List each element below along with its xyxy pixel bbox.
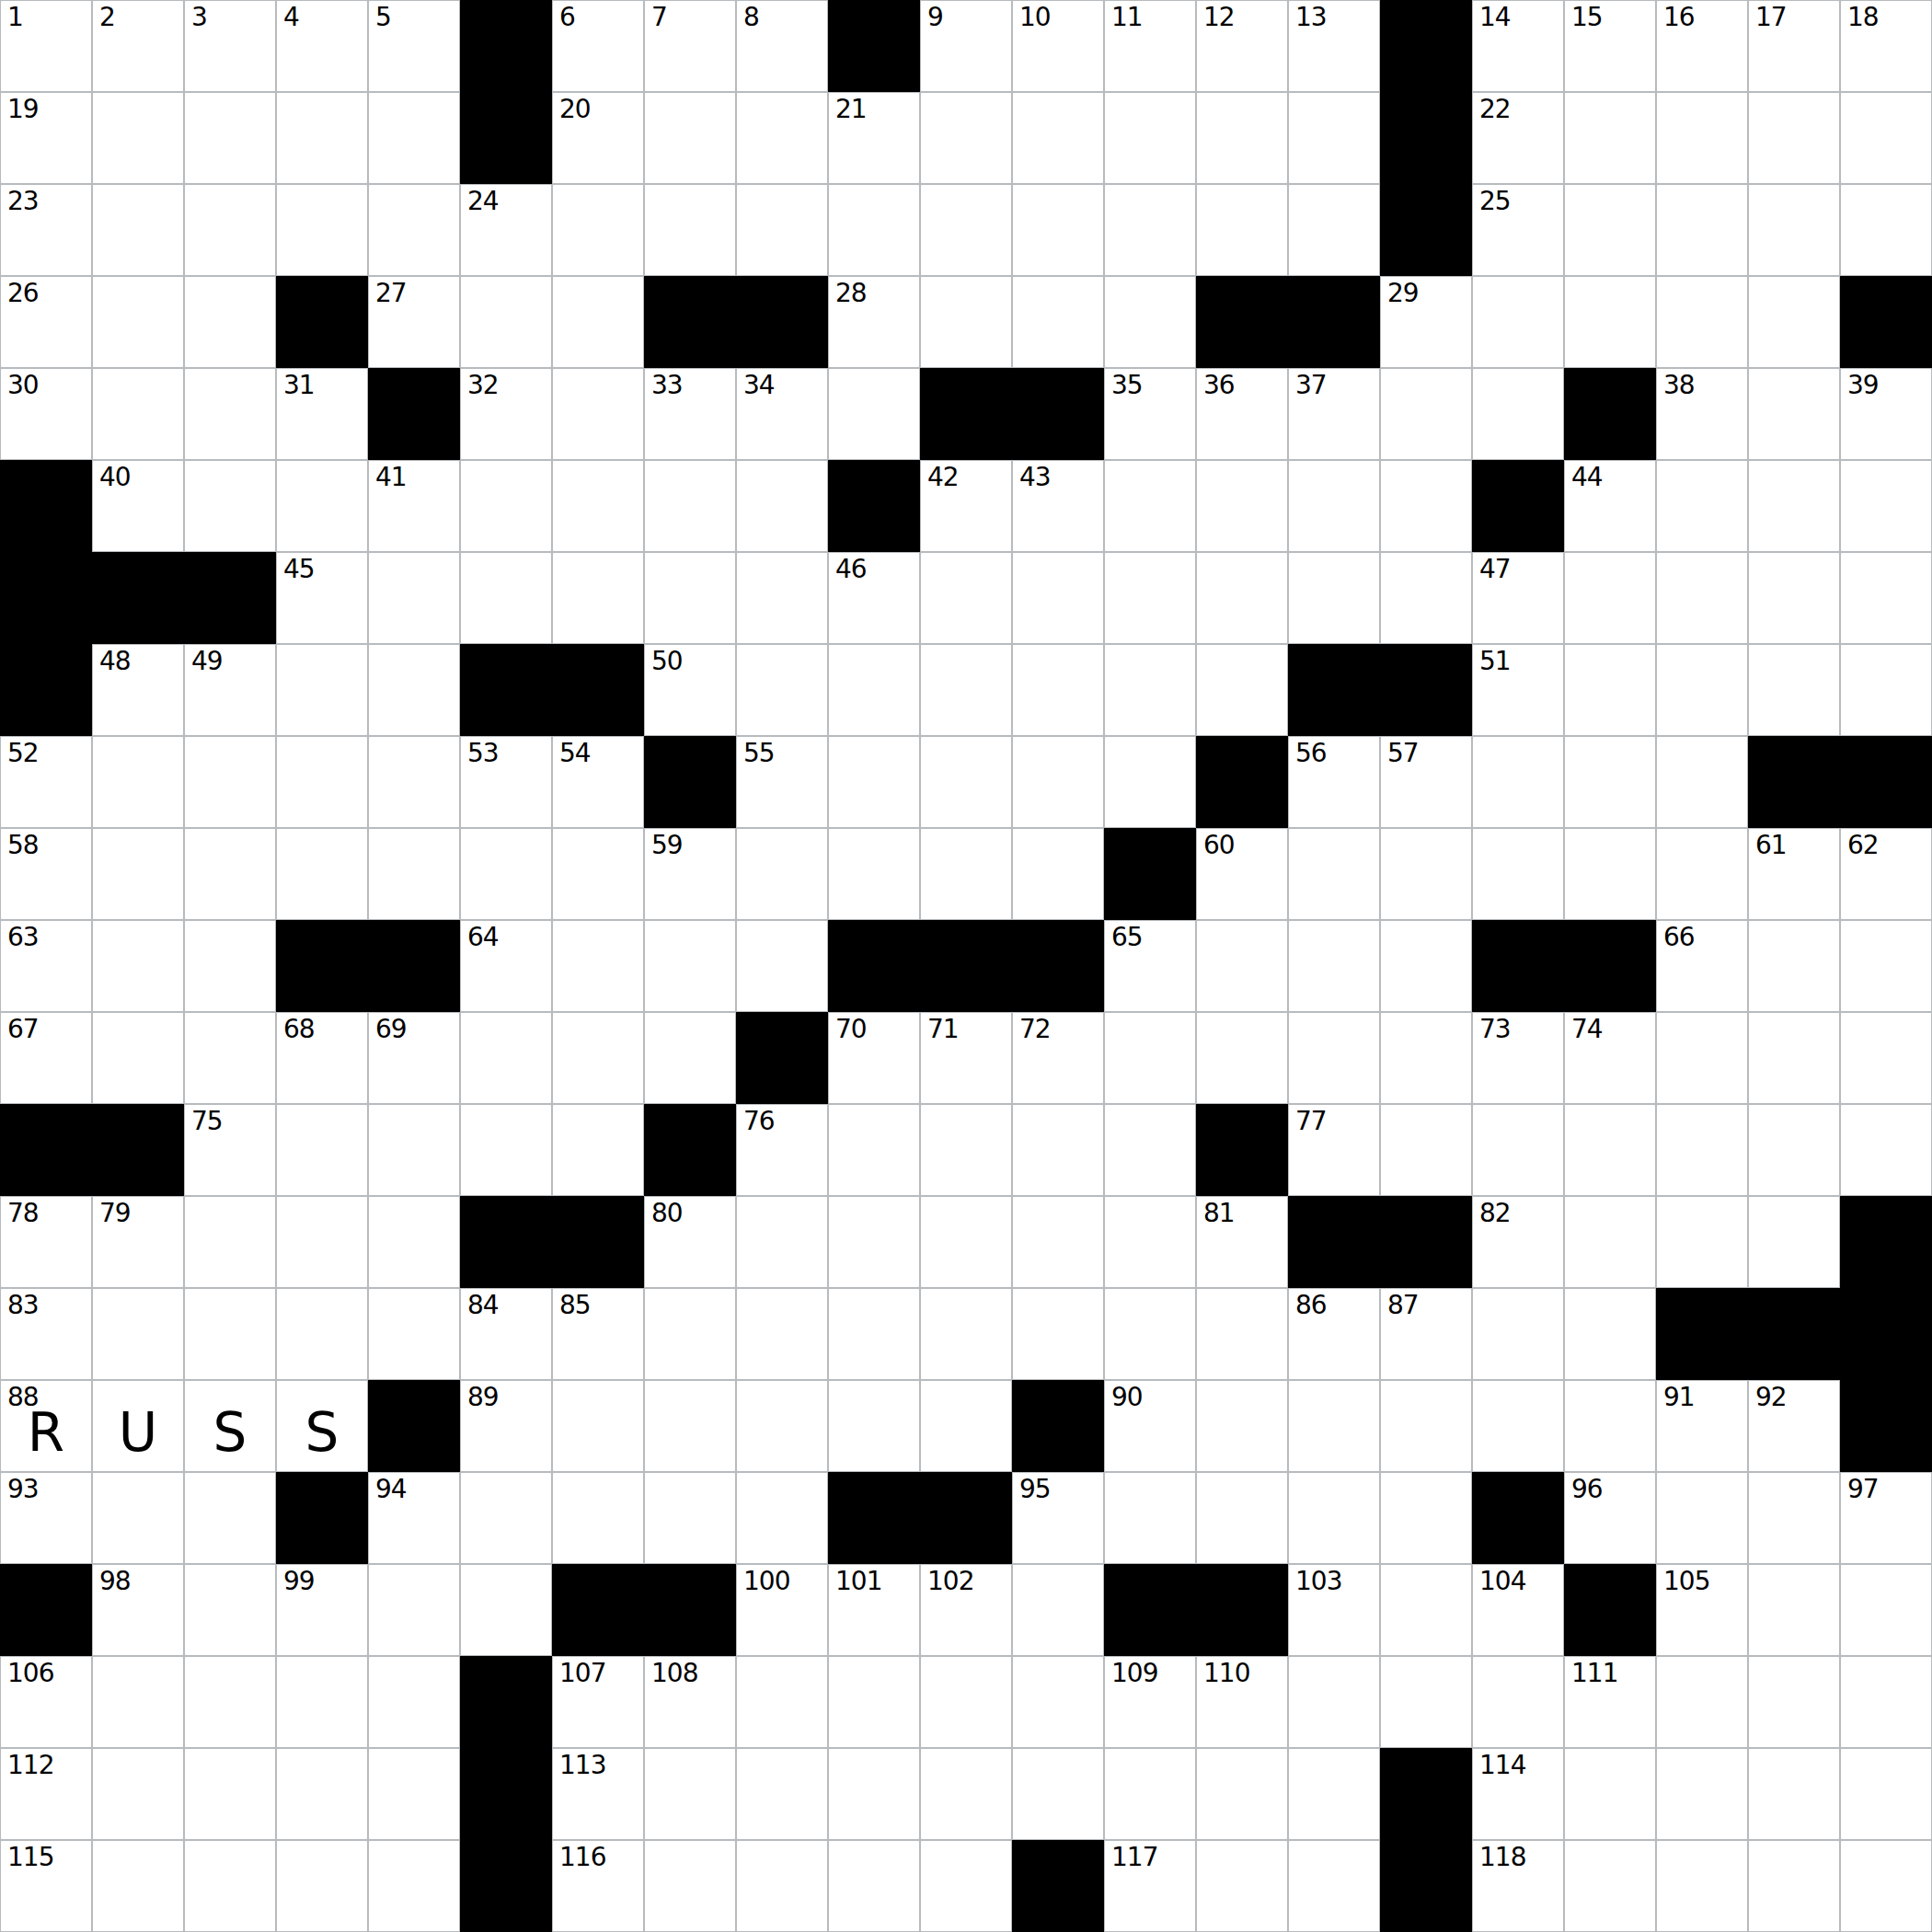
grid-cell-r12c7[interactable] [552,1012,644,1104]
grid-cell-r17c9[interactable] [736,1472,828,1564]
grid-cell-r16c17[interactable] [1472,1380,1564,1472]
grid-cell-r2c15[interactable] [1288,92,1380,184]
grid-cell-r10c19[interactable] [1656,828,1748,920]
grid-cell-r19c9[interactable] [736,1656,828,1748]
grid-cell-r15c9[interactable] [736,1288,828,1380]
grid-cell-r11c2[interactable] [92,920,184,1012]
grid-cell-r5c3[interactable] [184,368,276,460]
grid-cell-r13c18[interactable] [1564,1104,1656,1196]
grid-cell-r18c16[interactable] [1380,1564,1472,1656]
grid-cell-r13c13[interactable] [1104,1104,1196,1196]
grid-cell-r15c13[interactable] [1104,1288,1196,1380]
grid-cell-r9c2[interactable] [92,736,184,828]
grid-cell-r10c12[interactable] [1012,828,1104,920]
grid-cell-r8c14[interactable] [1196,644,1288,736]
grid-cell-r21c4[interactable] [276,1840,368,1932]
grid-cell-r4c6[interactable] [460,276,552,368]
grid-cell-r4c7[interactable] [552,276,644,368]
grid-cell-r9c9[interactable]: 55 [736,736,828,828]
grid-cell-r3c6[interactable]: 24 [460,184,552,276]
grid-cell-r14c19[interactable] [1656,1196,1748,1288]
grid-cell-r8c21[interactable] [1840,644,1932,736]
grid-cell-r20c5[interactable] [368,1748,460,1840]
grid-cell-r2c8[interactable] [644,92,736,184]
grid-cell-r5c20[interactable] [1748,368,1840,460]
grid-cell-r17c3[interactable] [184,1472,276,1564]
grid-cell-r10c3[interactable] [184,828,276,920]
grid-cell-r20c2[interactable] [92,1748,184,1840]
grid-cell-r12c11[interactable]: 71 [920,1012,1012,1104]
grid-cell-r9c5[interactable] [368,736,460,828]
grid-cell-r2c3[interactable] [184,92,276,184]
grid-cell-r4c5[interactable]: 27 [368,276,460,368]
grid-cell-r19c20[interactable] [1748,1656,1840,1748]
grid-cell-r13c15[interactable]: 77 [1288,1104,1380,1196]
grid-cell-r1c20[interactable]: 17 [1748,0,1840,92]
grid-cell-r15c4[interactable] [276,1288,368,1380]
grid-cell-r6c12[interactable]: 43 [1012,460,1104,552]
grid-cell-r9c15[interactable]: 56 [1288,736,1380,828]
grid-cell-r9c10[interactable] [828,736,920,828]
grid-cell-r7c11[interactable] [920,552,1012,644]
grid-cell-r7c21[interactable] [1840,552,1932,644]
grid-cell-r7c15[interactable] [1288,552,1380,644]
grid-cell-r19c16[interactable] [1380,1656,1472,1748]
grid-cell-r10c5[interactable] [368,828,460,920]
grid-cell-r21c13[interactable]: 117 [1104,1840,1196,1932]
grid-cell-r3c18[interactable] [1564,184,1656,276]
grid-cell-r2c1[interactable]: 19 [0,92,92,184]
grid-cell-r3c20[interactable] [1748,184,1840,276]
grid-cell-r19c3[interactable] [184,1656,276,1748]
grid-cell-r16c1[interactable]: 88R [0,1380,92,1472]
grid-cell-r4c20[interactable] [1748,276,1840,368]
grid-cell-r11c19[interactable]: 66 [1656,920,1748,1012]
grid-cell-r18c15[interactable]: 103 [1288,1564,1380,1656]
grid-cell-r11c21[interactable] [1840,920,1932,1012]
grid-cell-r10c9[interactable] [736,828,828,920]
grid-cell-r4c17[interactable] [1472,276,1564,368]
grid-cell-r8c18[interactable] [1564,644,1656,736]
grid-cell-r3c7[interactable] [552,184,644,276]
grid-cell-r19c1[interactable]: 106 [0,1656,92,1748]
grid-cell-r14c14[interactable]: 81 [1196,1196,1288,1288]
grid-cell-r5c14[interactable]: 36 [1196,368,1288,460]
grid-cell-r1c12[interactable]: 10 [1012,0,1104,92]
grid-cell-r9c4[interactable] [276,736,368,828]
grid-cell-r8c12[interactable] [1012,644,1104,736]
grid-cell-r3c21[interactable] [1840,184,1932,276]
grid-cell-r3c1[interactable]: 23 [0,184,92,276]
grid-cell-r14c20[interactable] [1748,1196,1840,1288]
grid-cell-r6c18[interactable]: 44 [1564,460,1656,552]
grid-cell-r2c20[interactable] [1748,92,1840,184]
grid-cell-r4c3[interactable] [184,276,276,368]
grid-cell-r19c19[interactable] [1656,1656,1748,1748]
grid-cell-r3c15[interactable] [1288,184,1380,276]
grid-cell-r17c19[interactable] [1656,1472,1748,1564]
grid-cell-r6c20[interactable] [1748,460,1840,552]
grid-cell-r7c17[interactable]: 47 [1472,552,1564,644]
grid-cell-r6c14[interactable] [1196,460,1288,552]
grid-cell-r11c13[interactable]: 65 [1104,920,1196,1012]
grid-cell-r15c12[interactable] [1012,1288,1104,1380]
grid-cell-r16c9[interactable] [736,1380,828,1472]
grid-cell-r15c17[interactable] [1472,1288,1564,1380]
grid-cell-r6c21[interactable] [1840,460,1932,552]
grid-cell-r7c7[interactable] [552,552,644,644]
grid-cell-r15c2[interactable] [92,1288,184,1380]
grid-cell-r3c4[interactable] [276,184,368,276]
grid-cell-r9c13[interactable] [1104,736,1196,828]
grid-cell-r20c13[interactable] [1104,1748,1196,1840]
grid-cell-r14c8[interactable]: 80 [644,1196,736,1288]
grid-cell-r17c12[interactable]: 95 [1012,1472,1104,1564]
grid-cell-r1c5[interactable]: 5 [368,0,460,92]
grid-cell-r1c11[interactable]: 9 [920,0,1012,92]
grid-cell-r16c11[interactable] [920,1380,1012,1472]
grid-cell-r8c3[interactable]: 49 [184,644,276,736]
grid-cell-r2c21[interactable] [1840,92,1932,184]
grid-cell-r16c16[interactable] [1380,1380,1472,1472]
grid-cell-r9c1[interactable]: 52 [0,736,92,828]
grid-cell-r21c15[interactable] [1288,1840,1380,1932]
grid-cell-r9c19[interactable] [1656,736,1748,828]
grid-cell-r20c4[interactable] [276,1748,368,1840]
grid-cell-r1c1[interactable]: 1 [0,0,92,92]
grid-cell-r18c4[interactable]: 99 [276,1564,368,1656]
grid-cell-r3c11[interactable] [920,184,1012,276]
grid-cell-r21c1[interactable]: 115 [0,1840,92,1932]
grid-cell-r14c2[interactable]: 79 [92,1196,184,1288]
grid-cell-r5c13[interactable]: 35 [1104,368,1196,460]
grid-cell-r12c14[interactable] [1196,1012,1288,1104]
grid-cell-r7c19[interactable] [1656,552,1748,644]
grid-cell-r12c20[interactable] [1748,1012,1840,1104]
grid-cell-r5c9[interactable]: 34 [736,368,828,460]
grid-cell-r13c6[interactable] [460,1104,552,1196]
grid-cell-r8c2[interactable]: 48 [92,644,184,736]
grid-cell-r7c9[interactable] [736,552,828,644]
grid-cell-r3c9[interactable] [736,184,828,276]
grid-cell-r1c9[interactable]: 8 [736,0,828,92]
grid-cell-r12c10[interactable]: 70 [828,1012,920,1104]
grid-cell-r7c8[interactable] [644,552,736,644]
grid-cell-r5c17[interactable] [1472,368,1564,460]
grid-cell-r9c11[interactable] [920,736,1012,828]
grid-cell-r15c7[interactable]: 85 [552,1288,644,1380]
grid-cell-r2c14[interactable] [1196,92,1288,184]
grid-cell-r12c21[interactable] [1840,1012,1932,1104]
grid-cell-r1c2[interactable]: 2 [92,0,184,92]
grid-cell-r16c10[interactable] [828,1380,920,1472]
grid-cell-r21c10[interactable] [828,1840,920,1932]
grid-cell-r13c21[interactable] [1840,1104,1932,1196]
grid-cell-r18c2[interactable]: 98 [92,1564,184,1656]
grid-cell-r3c10[interactable] [828,184,920,276]
grid-cell-r11c1[interactable]: 63 [0,920,92,1012]
grid-cell-r12c19[interactable] [1656,1012,1748,1104]
grid-cell-r17c7[interactable] [552,1472,644,1564]
grid-cell-r3c19[interactable] [1656,184,1748,276]
grid-cell-r17c18[interactable]: 96 [1564,1472,1656,1564]
grid-cell-r19c7[interactable]: 107 [552,1656,644,1748]
grid-cell-r16c13[interactable]: 90 [1104,1380,1196,1472]
grid-cell-r18c17[interactable]: 104 [1472,1564,1564,1656]
grid-cell-r13c16[interactable] [1380,1104,1472,1196]
grid-cell-r2c5[interactable] [368,92,460,184]
grid-cell-r15c5[interactable] [368,1288,460,1380]
grid-cell-r10c17[interactable] [1472,828,1564,920]
grid-cell-r18c6[interactable] [460,1564,552,1656]
grid-cell-r18c20[interactable] [1748,1564,1840,1656]
grid-cell-r6c2[interactable]: 40 [92,460,184,552]
grid-cell-r10c8[interactable]: 59 [644,828,736,920]
grid-cell-r6c16[interactable] [1380,460,1472,552]
grid-cell-r1c3[interactable]: 3 [184,0,276,92]
grid-cell-r18c5[interactable] [368,1564,460,1656]
grid-cell-r13c4[interactable] [276,1104,368,1196]
grid-cell-r11c16[interactable] [1380,920,1472,1012]
grid-cell-r19c18[interactable]: 111 [1564,1656,1656,1748]
grid-cell-r11c14[interactable] [1196,920,1288,1012]
grid-cell-r21c14[interactable] [1196,1840,1288,1932]
grid-cell-r19c5[interactable] [368,1656,460,1748]
grid-cell-r6c13[interactable] [1104,460,1196,552]
grid-cell-r17c15[interactable] [1288,1472,1380,1564]
grid-cell-r10c6[interactable] [460,828,552,920]
grid-cell-r14c10[interactable] [828,1196,920,1288]
grid-cell-r1c8[interactable]: 7 [644,0,736,92]
grid-cell-r2c7[interactable]: 20 [552,92,644,184]
grid-cell-r20c10[interactable] [828,1748,920,1840]
grid-cell-r8c10[interactable] [828,644,920,736]
grid-cell-r21c8[interactable] [644,1840,736,1932]
grid-cell-r14c1[interactable]: 78 [0,1196,92,1288]
grid-cell-r19c14[interactable]: 110 [1196,1656,1288,1748]
grid-cell-r16c2[interactable]: U [92,1380,184,1472]
grid-cell-r20c9[interactable] [736,1748,828,1840]
grid-cell-r20c18[interactable] [1564,1748,1656,1840]
grid-cell-r17c21[interactable]: 97 [1840,1472,1932,1564]
grid-cell-r21c21[interactable] [1840,1840,1932,1932]
grid-cell-r8c20[interactable] [1748,644,1840,736]
grid-cell-r1c13[interactable]: 11 [1104,0,1196,92]
grid-cell-r19c8[interactable]: 108 [644,1656,736,1748]
grid-cell-r14c3[interactable] [184,1196,276,1288]
grid-cell-r19c13[interactable]: 109 [1104,1656,1196,1748]
grid-cell-r1c14[interactable]: 12 [1196,0,1288,92]
grid-cell-r15c11[interactable] [920,1288,1012,1380]
grid-cell-r6c15[interactable] [1288,460,1380,552]
grid-cell-r20c20[interactable] [1748,1748,1840,1840]
grid-cell-r11c8[interactable] [644,920,736,1012]
grid-cell-r16c19[interactable]: 91 [1656,1380,1748,1472]
grid-cell-r17c5[interactable]: 94 [368,1472,460,1564]
grid-cell-r12c4[interactable]: 68 [276,1012,368,1104]
grid-cell-r14c18[interactable] [1564,1196,1656,1288]
grid-cell-r11c9[interactable] [736,920,828,1012]
grid-cell-r7c20[interactable] [1748,552,1840,644]
grid-cell-r10c14[interactable]: 60 [1196,828,1288,920]
grid-cell-r20c7[interactable]: 113 [552,1748,644,1840]
grid-cell-r5c2[interactable] [92,368,184,460]
grid-cell-r18c21[interactable] [1840,1564,1932,1656]
grid-cell-r1c19[interactable]: 16 [1656,0,1748,92]
grid-cell-r6c4[interactable] [276,460,368,552]
grid-cell-r11c20[interactable] [1748,920,1840,1012]
grid-cell-r10c16[interactable] [1380,828,1472,920]
grid-cell-r6c7[interactable] [552,460,644,552]
grid-cell-r20c21[interactable] [1840,1748,1932,1840]
grid-cell-r1c18[interactable]: 15 [1564,0,1656,92]
grid-cell-r3c13[interactable] [1104,184,1196,276]
grid-cell-r7c12[interactable] [1012,552,1104,644]
grid-cell-r9c7[interactable]: 54 [552,736,644,828]
grid-cell-r13c12[interactable] [1012,1104,1104,1196]
grid-cell-r5c10[interactable] [828,368,920,460]
grid-cell-r21c2[interactable] [92,1840,184,1932]
grid-cell-r3c12[interactable] [1012,184,1104,276]
grid-cell-r2c4[interactable] [276,92,368,184]
grid-cell-r15c1[interactable]: 83 [0,1288,92,1380]
grid-cell-r17c6[interactable] [460,1472,552,1564]
grid-cell-r4c1[interactable]: 26 [0,276,92,368]
grid-cell-r19c15[interactable] [1288,1656,1380,1748]
grid-cell-r21c9[interactable] [736,1840,828,1932]
grid-cell-r21c5[interactable] [368,1840,460,1932]
grid-cell-r19c12[interactable] [1012,1656,1104,1748]
grid-cell-r16c15[interactable] [1288,1380,1380,1472]
grid-cell-r1c21[interactable]: 18 [1840,0,1932,92]
grid-cell-r9c16[interactable]: 57 [1380,736,1472,828]
grid-cell-r2c10[interactable]: 21 [828,92,920,184]
grid-cell-r12c6[interactable] [460,1012,552,1104]
grid-cell-r21c20[interactable] [1748,1840,1840,1932]
grid-cell-r6c8[interactable] [644,460,736,552]
grid-cell-r13c7[interactable] [552,1104,644,1196]
grid-cell-r15c15[interactable]: 86 [1288,1288,1380,1380]
grid-cell-r7c10[interactable]: 46 [828,552,920,644]
grid-cell-r3c17[interactable]: 25 [1472,184,1564,276]
grid-cell-r17c8[interactable] [644,1472,736,1564]
grid-cell-r7c16[interactable] [1380,552,1472,644]
grid-cell-r4c2[interactable] [92,276,184,368]
grid-cell-r13c9[interactable]: 76 [736,1104,828,1196]
grid-cell-r9c18[interactable] [1564,736,1656,828]
grid-cell-r2c19[interactable] [1656,92,1748,184]
grid-cell-r4c10[interactable]: 28 [828,276,920,368]
grid-cell-r14c4[interactable] [276,1196,368,1288]
grid-cell-r6c11[interactable]: 42 [920,460,1012,552]
grid-cell-r5c15[interactable]: 37 [1288,368,1380,460]
grid-cell-r1c17[interactable]: 14 [1472,0,1564,92]
grid-cell-r16c4[interactable]: S [276,1380,368,1472]
grid-cell-r15c16[interactable]: 87 [1380,1288,1472,1380]
grid-cell-r10c15[interactable] [1288,828,1380,920]
grid-cell-r14c5[interactable] [368,1196,460,1288]
grid-cell-r19c4[interactable] [276,1656,368,1748]
grid-cell-r3c2[interactable] [92,184,184,276]
grid-cell-r3c14[interactable] [1196,184,1288,276]
grid-cell-r5c16[interactable] [1380,368,1472,460]
grid-cell-r11c15[interactable] [1288,920,1380,1012]
grid-cell-r20c15[interactable] [1288,1748,1380,1840]
grid-cell-r20c12[interactable] [1012,1748,1104,1840]
grid-cell-r6c5[interactable]: 41 [368,460,460,552]
grid-cell-r2c12[interactable] [1012,92,1104,184]
grid-cell-r12c1[interactable]: 67 [0,1012,92,1104]
grid-cell-r18c9[interactable]: 100 [736,1564,828,1656]
grid-cell-r2c18[interactable] [1564,92,1656,184]
grid-cell-r17c20[interactable] [1748,1472,1840,1564]
grid-cell-r4c18[interactable] [1564,276,1656,368]
grid-cell-r10c2[interactable] [92,828,184,920]
grid-cell-r19c2[interactable] [92,1656,184,1748]
grid-cell-r10c20[interactable]: 61 [1748,828,1840,920]
grid-cell-r20c11[interactable] [920,1748,1012,1840]
grid-cell-r9c17[interactable] [1472,736,1564,828]
grid-cell-r21c18[interactable] [1564,1840,1656,1932]
grid-cell-r5c7[interactable] [552,368,644,460]
grid-cell-r8c8[interactable]: 50 [644,644,736,736]
grid-cell-r13c20[interactable] [1748,1104,1840,1196]
grid-cell-r16c20[interactable]: 92 [1748,1380,1840,1472]
grid-cell-r15c6[interactable]: 84 [460,1288,552,1380]
grid-cell-r5c19[interactable]: 38 [1656,368,1748,460]
grid-cell-r8c9[interactable] [736,644,828,736]
grid-cell-r19c17[interactable] [1472,1656,1564,1748]
grid-cell-r8c4[interactable] [276,644,368,736]
grid-cell-r12c13[interactable] [1104,1012,1196,1104]
grid-cell-r21c11[interactable] [920,1840,1012,1932]
grid-cell-r12c5[interactable]: 69 [368,1012,460,1104]
grid-cell-r14c11[interactable] [920,1196,1012,1288]
grid-cell-r9c12[interactable] [1012,736,1104,828]
grid-cell-r21c19[interactable] [1656,1840,1748,1932]
grid-cell-r1c7[interactable]: 6 [552,0,644,92]
grid-cell-r16c3[interactable]: S [184,1380,276,1472]
grid-cell-r12c12[interactable]: 72 [1012,1012,1104,1104]
grid-cell-r5c6[interactable]: 32 [460,368,552,460]
grid-cell-r7c13[interactable] [1104,552,1196,644]
grid-cell-r17c2[interactable] [92,1472,184,1564]
grid-cell-r5c21[interactable]: 39 [1840,368,1932,460]
grid-cell-r20c17[interactable]: 114 [1472,1748,1564,1840]
grid-cell-r12c16[interactable] [1380,1012,1472,1104]
grid-cell-r19c21[interactable] [1840,1656,1932,1748]
grid-cell-r10c18[interactable] [1564,828,1656,920]
grid-cell-r5c8[interactable]: 33 [644,368,736,460]
grid-cell-r16c7[interactable] [552,1380,644,1472]
grid-cell-r11c3[interactable] [184,920,276,1012]
grid-cell-r10c1[interactable]: 58 [0,828,92,920]
grid-cell-r13c11[interactable] [920,1104,1012,1196]
grid-cell-r7c4[interactable]: 45 [276,552,368,644]
grid-cell-r8c19[interactable] [1656,644,1748,736]
grid-cell-r8c17[interactable]: 51 [1472,644,1564,736]
grid-cell-r11c7[interactable] [552,920,644,1012]
grid-cell-r2c13[interactable] [1104,92,1196,184]
grid-cell-r6c3[interactable] [184,460,276,552]
grid-cell-r19c11[interactable] [920,1656,1012,1748]
grid-cell-r4c11[interactable] [920,276,1012,368]
grid-cell-r20c8[interactable] [644,1748,736,1840]
grid-cell-r10c4[interactable] [276,828,368,920]
grid-cell-r9c6[interactable]: 53 [460,736,552,828]
grid-cell-r21c3[interactable] [184,1840,276,1932]
grid-cell-r18c19[interactable]: 105 [1656,1564,1748,1656]
